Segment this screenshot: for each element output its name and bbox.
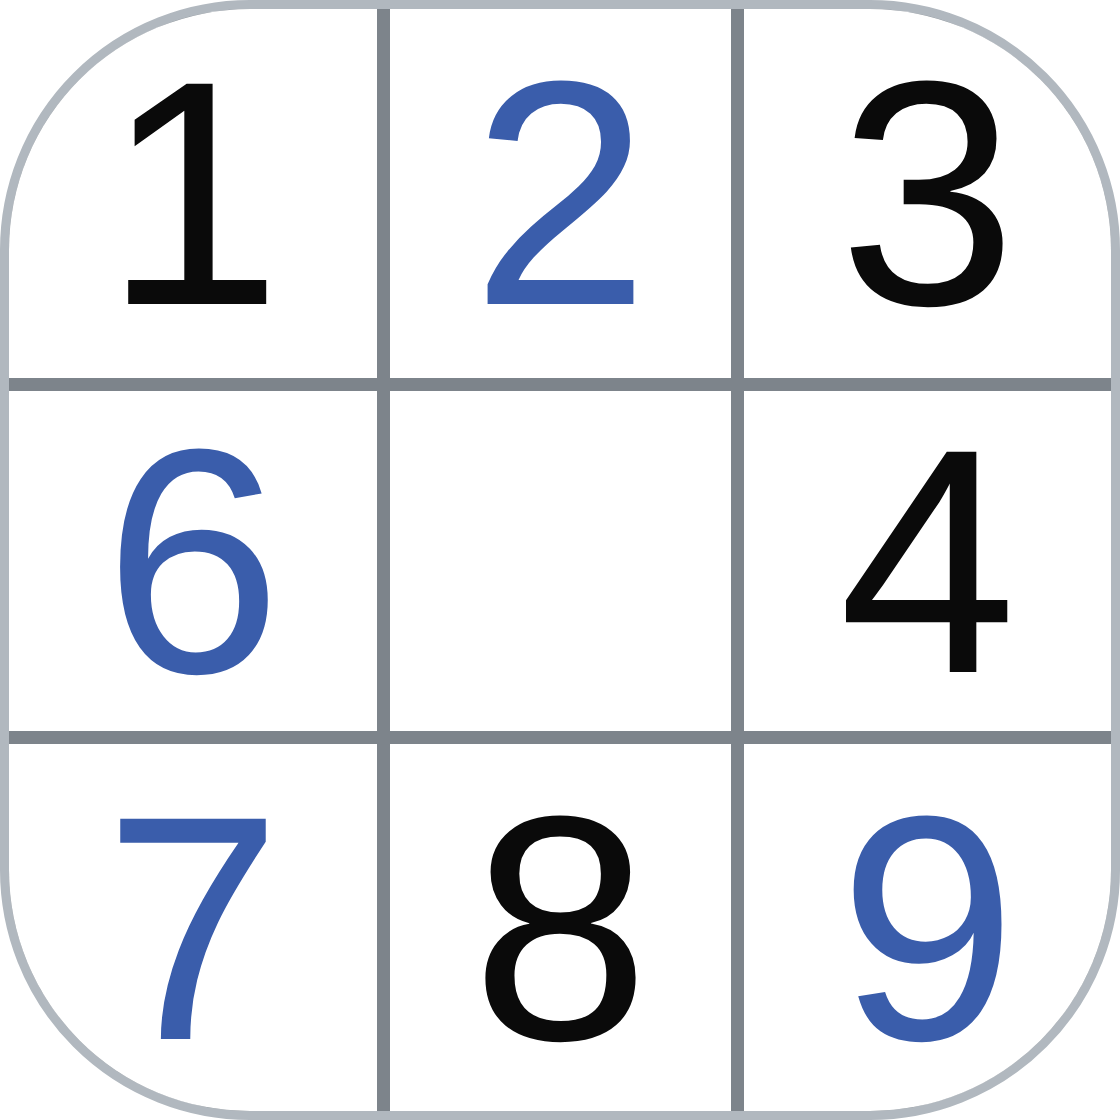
cell-r1c2[interactable]: 4 (744, 391, 1111, 732)
cell-r2c2[interactable]: 9 (744, 744, 1111, 1111)
cell-r2c1[interactable]: 8 (390, 744, 732, 1111)
cell-r0c0[interactable]: 1 (9, 9, 377, 378)
sudoku-board: 1 2 3 6 4 7 8 9 (0, 0, 1120, 1120)
cell-r0c2[interactable]: 3 (744, 9, 1111, 378)
cell-r1c0[interactable]: 6 (9, 391, 377, 732)
cell-r2c0[interactable]: 7 (9, 744, 377, 1111)
cell-r1c1[interactable] (390, 391, 732, 732)
cell-r0c1[interactable]: 2 (390, 9, 732, 378)
